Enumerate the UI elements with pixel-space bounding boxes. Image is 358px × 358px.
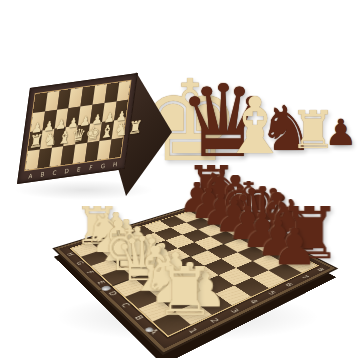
- folded-piece-R-7: ♜: [127, 118, 143, 137]
- folded-board: ♟♟♟♟♟♟♟♟ ♜♞♝♛♚♝♞♜ ABCDEFGH: [0, 0, 200, 220]
- folded-file-label-d: D: [60, 167, 73, 175]
- folded-board-face: ♟♟♟♟♟♟♟♟ ♜♞♝♛♚♝♞♜ ABCDEFGH: [17, 73, 138, 184]
- folded-file-label-c: C: [48, 169, 61, 177]
- product-photo-chess-set: ♟♟♟♟♟♟♟♟ ♜♞♝♛♚♝♞♜ ABCDEFGH ♚♛♝♞♜♟ ABCDEF…: [0, 0, 358, 358]
- open-board-grid: ♜♞♝♛♚♝♞♜♟♟♟♟♟♟♟♟♟♟♟♟♟♟♟♟♜♞♝♛♚♝♞♜: [72, 207, 317, 336]
- folded-square-r0c7: [116, 81, 130, 102]
- folded-file-label-f: F: [84, 164, 97, 172]
- white-bishop-shadow: [233, 145, 277, 153]
- piece-black-P-a7[interactable]: ♟: [271, 228, 317, 267]
- piece-white-R-a1[interactable]: ♜: [154, 266, 215, 317]
- black-pawn-shadow: [331, 140, 351, 148]
- black-knight-shadow: [269, 144, 304, 152]
- black-pawn: ♟: [323, 115, 358, 151]
- black-knight: ♞: [255, 98, 317, 160]
- folded-square-r3c7: [109, 138, 123, 159]
- folded-file-label-a: A: [24, 172, 37, 180]
- open-board[interactable]: ABCDEFGH 12345678 ♜♞♝♛♚♝♞♜♟♟♟♟♟♟♟♟♟♟♟♟♟♟…: [52, 201, 338, 354]
- folded-file-label-e: E: [72, 166, 85, 174]
- folded-file-label-b: B: [36, 171, 49, 179]
- white-rook-shadow: [298, 142, 327, 150]
- folded-file-label-g: G: [96, 162, 109, 170]
- folded-file-label-h: H: [109, 161, 122, 169]
- white-rook: ♜: [287, 104, 339, 156]
